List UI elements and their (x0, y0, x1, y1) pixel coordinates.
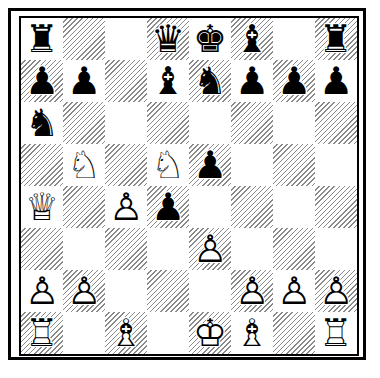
piece-glyph: ♖ (315, 312, 357, 354)
square-e6[interactable] (189, 102, 231, 144)
piece-glyph: ♙ (105, 186, 147, 228)
black-rook[interactable]: ♜♜ (315, 18, 357, 60)
square-e4[interactable] (189, 186, 231, 228)
square-a4[interactable]: ♛♕ (21, 186, 63, 228)
square-h2[interactable]: ♟♙ (315, 270, 357, 312)
white-bishop[interactable]: ♝♗ (105, 312, 147, 354)
black-pawn[interactable]: ♟♟ (273, 60, 315, 102)
white-pawn[interactable]: ♟♙ (231, 270, 273, 312)
white-knight[interactable]: ♞♘ (63, 144, 105, 186)
square-d5[interactable]: ♞♘ (147, 144, 189, 186)
square-c8[interactable] (105, 18, 147, 60)
square-d1[interactable] (147, 312, 189, 354)
square-c3[interactable] (105, 228, 147, 270)
piece-glyph: ♟ (63, 60, 105, 102)
piece-glyph: ♝ (231, 18, 273, 60)
white-pawn[interactable]: ♟♙ (21, 270, 63, 312)
square-d8[interactable]: ♛♛ (147, 18, 189, 60)
square-b2[interactable]: ♟♙ (63, 270, 105, 312)
white-pawn[interactable]: ♟♙ (105, 186, 147, 228)
square-h8[interactable]: ♜♜ (315, 18, 357, 60)
white-king[interactable]: ♚♔ (189, 312, 231, 354)
piece-glyph: ♚ (189, 18, 231, 60)
black-pawn[interactable]: ♟♟ (21, 60, 63, 102)
square-g4[interactable] (273, 186, 315, 228)
square-b1[interactable] (63, 312, 105, 354)
piece-glyph: ♙ (63, 270, 105, 312)
white-pawn[interactable]: ♟♙ (189, 228, 231, 270)
square-e5[interactable]: ♟♟ (189, 144, 231, 186)
square-b6[interactable] (63, 102, 105, 144)
square-h6[interactable] (315, 102, 357, 144)
square-c2[interactable] (105, 270, 147, 312)
piece-glyph: ♙ (273, 270, 315, 312)
black-rook[interactable]: ♜♜ (21, 18, 63, 60)
piece-glyph: ♜ (21, 18, 63, 60)
piece-glyph: ♞ (21, 102, 63, 144)
black-knight[interactable]: ♞♞ (189, 60, 231, 102)
white-bishop[interactable]: ♝♗ (231, 312, 273, 354)
piece-glyph: ♙ (21, 270, 63, 312)
square-a5[interactable] (21, 144, 63, 186)
square-c4[interactable]: ♟♙ (105, 186, 147, 228)
square-g3[interactable] (273, 228, 315, 270)
square-g5[interactable] (273, 144, 315, 186)
square-f1[interactable]: ♝♗ (231, 312, 273, 354)
chess-diagram-page: ♜♜♛♛♚♚♝♝♜♜♟♟♟♟♝♝♞♞♟♟♟♟♟♟♞♞♞♘♞♘♟♟♛♕♟♙♟♟♟♙… (0, 0, 380, 378)
square-f8[interactable]: ♝♝ (231, 18, 273, 60)
piece-glyph: ♟ (147, 186, 189, 228)
black-queen[interactable]: ♛♛ (147, 18, 189, 60)
black-bishop[interactable]: ♝♝ (231, 18, 273, 60)
square-d2[interactable] (147, 270, 189, 312)
square-c6[interactable] (105, 102, 147, 144)
square-b3[interactable] (63, 228, 105, 270)
square-g6[interactable] (273, 102, 315, 144)
square-f4[interactable] (231, 186, 273, 228)
white-pawn[interactable]: ♟♙ (63, 270, 105, 312)
white-rook[interactable]: ♜♖ (21, 312, 63, 354)
black-bishop[interactable]: ♝♝ (147, 60, 189, 102)
piece-glyph: ♟ (21, 60, 63, 102)
piece-glyph: ♔ (189, 312, 231, 354)
square-b4[interactable] (63, 186, 105, 228)
square-a1[interactable]: ♜♖ (21, 312, 63, 354)
piece-glyph: ♙ (315, 270, 357, 312)
chess-board: ♜♜♛♛♚♚♝♝♜♜♟♟♟♟♝♝♞♞♟♟♟♟♟♟♞♞♞♘♞♘♟♟♛♕♟♙♟♟♟♙… (19, 16, 359, 356)
square-h4[interactable] (315, 186, 357, 228)
piece-glyph: ♟ (273, 60, 315, 102)
piece-glyph: ♗ (231, 312, 273, 354)
square-e3[interactable]: ♟♙ (189, 228, 231, 270)
square-f6[interactable] (231, 102, 273, 144)
square-c7[interactable] (105, 60, 147, 102)
square-e2[interactable] (189, 270, 231, 312)
black-pawn[interactable]: ♟♟ (63, 60, 105, 102)
piece-glyph: ♜ (315, 18, 357, 60)
piece-glyph: ♟ (315, 60, 357, 102)
square-d3[interactable] (147, 228, 189, 270)
square-e7[interactable]: ♞♞ (189, 60, 231, 102)
white-pawn[interactable]: ♟♙ (273, 270, 315, 312)
square-c1[interactable]: ♝♗ (105, 312, 147, 354)
square-g1[interactable] (273, 312, 315, 354)
square-c5[interactable] (105, 144, 147, 186)
square-f2[interactable]: ♟♙ (231, 270, 273, 312)
white-pawn[interactable]: ♟♙ (315, 270, 357, 312)
white-rook[interactable]: ♜♖ (315, 312, 357, 354)
piece-glyph: ♛ (147, 18, 189, 60)
square-d4[interactable]: ♟♟ (147, 186, 189, 228)
square-d7[interactable]: ♝♝ (147, 60, 189, 102)
square-a7[interactable]: ♟♟ (21, 60, 63, 102)
piece-glyph: ♝ (147, 60, 189, 102)
square-a8[interactable]: ♜♜ (21, 18, 63, 60)
square-a2[interactable]: ♟♙ (21, 270, 63, 312)
square-h7[interactable]: ♟♟ (315, 60, 357, 102)
square-f5[interactable] (231, 144, 273, 186)
square-f3[interactable] (231, 228, 273, 270)
black-pawn[interactable]: ♟♟ (231, 60, 273, 102)
black-pawn[interactable]: ♟♟ (189, 144, 231, 186)
square-a3[interactable] (21, 228, 63, 270)
square-g2[interactable]: ♟♙ (273, 270, 315, 312)
piece-glyph: ♞ (189, 60, 231, 102)
square-a6[interactable]: ♞♞ (21, 102, 63, 144)
square-e1[interactable]: ♚♔ (189, 312, 231, 354)
piece-glyph: ♕ (21, 186, 63, 228)
square-g8[interactable] (273, 18, 315, 60)
black-pawn[interactable]: ♟♟ (315, 60, 357, 102)
square-d6[interactable] (147, 102, 189, 144)
square-h5[interactable] (315, 144, 357, 186)
piece-glyph: ♙ (189, 228, 231, 270)
piece-glyph: ♗ (105, 312, 147, 354)
square-h1[interactable]: ♜♖ (315, 312, 357, 354)
piece-glyph: ♘ (147, 144, 189, 186)
piece-glyph: ♟ (189, 144, 231, 186)
square-b5[interactable]: ♞♘ (63, 144, 105, 186)
black-pawn[interactable]: ♟♟ (147, 186, 189, 228)
square-g7[interactable]: ♟♟ (273, 60, 315, 102)
black-king[interactable]: ♚♚ (189, 18, 231, 60)
black-knight[interactable]: ♞♞ (21, 102, 63, 144)
piece-glyph: ♙ (231, 270, 273, 312)
piece-glyph: ♖ (21, 312, 63, 354)
white-queen[interactable]: ♛♕ (21, 186, 63, 228)
square-f7[interactable]: ♟♟ (231, 60, 273, 102)
piece-glyph: ♘ (63, 144, 105, 186)
square-b7[interactable]: ♟♟ (63, 60, 105, 102)
square-b8[interactable] (63, 18, 105, 60)
square-e8[interactable]: ♚♚ (189, 18, 231, 60)
white-knight[interactable]: ♞♘ (147, 144, 189, 186)
square-h3[interactable] (315, 228, 357, 270)
piece-glyph: ♟ (231, 60, 273, 102)
